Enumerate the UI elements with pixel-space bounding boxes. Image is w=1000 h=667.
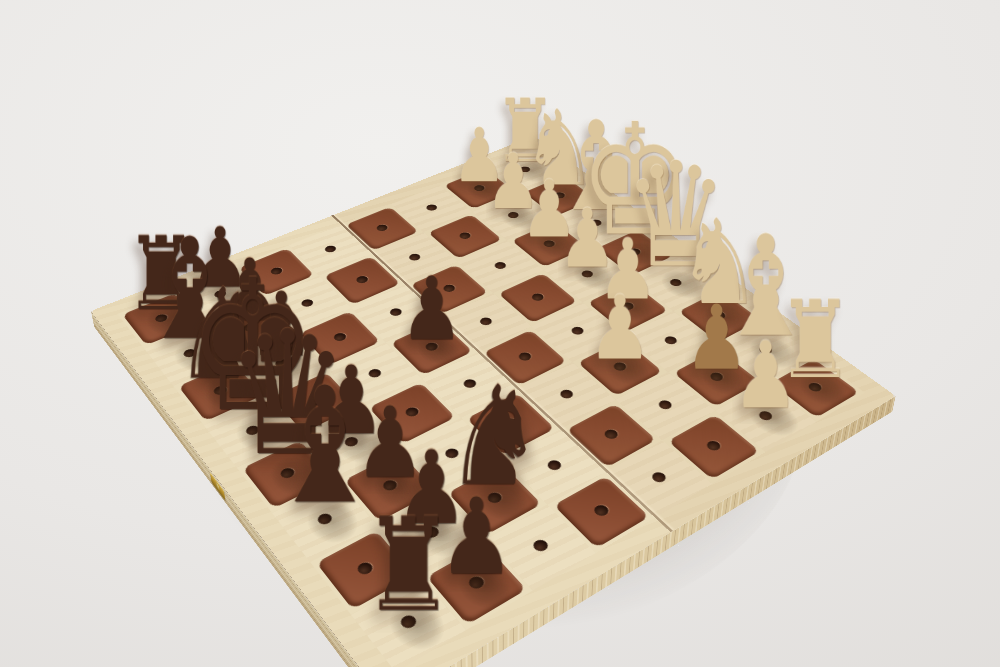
peg-hole — [531, 538, 551, 553]
brass-clasp — [210, 472, 226, 501]
square-a8[interactable]: ♜ — [351, 576, 466, 667]
photo-scene: ♜♝♛♚♞♝♜♟♟♟♟♟♟♟♞♟♟♟♟♟♟♟♟♟♜♝♞♛♚♝♞♜ — [0, 0, 1000, 667]
pawn-glyph: ♟ — [400, 266, 462, 353]
peg-hole — [323, 245, 338, 254]
chess-board[interactable]: ♜♝♛♚♞♝♜♟♟♟♟♟♟♟♞♟♟♟♟♟♟♟♟♟♜♝♞♛♚♝♞♜ — [91, 136, 896, 667]
pawn-glyph: ♟ — [588, 284, 652, 373]
peg-hole — [545, 459, 564, 473]
rook-glyph: ♜ — [362, 500, 455, 629]
pawn-glyph: ♟ — [732, 330, 798, 422]
